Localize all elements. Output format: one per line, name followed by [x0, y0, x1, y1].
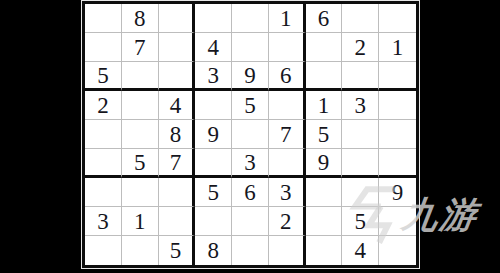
cell-r9c6[interactable]: [269, 236, 306, 265]
cell-r2c9[interactable]: 1: [379, 33, 416, 62]
cell-r5c2[interactable]: [122, 120, 159, 149]
cell-r3c9[interactable]: [379, 62, 416, 91]
cell-r5c7[interactable]: 5: [306, 120, 343, 149]
cell-r6c1[interactable]: [85, 149, 122, 178]
cell-r8c5[interactable]: [232, 207, 269, 236]
cell-r2c7[interactable]: [306, 33, 343, 62]
cell-r9c9[interactable]: [379, 236, 416, 265]
cell-r5c4[interactable]: 9: [195, 120, 232, 149]
cell-r4c1[interactable]: 2: [85, 91, 122, 120]
cell-r5c9[interactable]: [379, 120, 416, 149]
cell-r4c5[interactable]: 5: [232, 91, 269, 120]
cell-r9c1[interactable]: [85, 236, 122, 265]
cell-r2c4[interactable]: 4: [195, 33, 232, 62]
cell-r1c4[interactable]: [195, 4, 232, 33]
cell-r6c2[interactable]: 5: [122, 149, 159, 178]
cell-r4c4[interactable]: [195, 91, 232, 120]
cell-r3c4[interactable]: 3: [195, 62, 232, 91]
cell-r3c2[interactable]: [122, 62, 159, 91]
cell-r8c7[interactable]: [306, 207, 343, 236]
cell-r2c8[interactable]: 2: [342, 33, 379, 62]
cell-r9c3[interactable]: 5: [159, 236, 196, 265]
cell-r8c2[interactable]: 1: [122, 207, 159, 236]
cell-r6c4[interactable]: [195, 149, 232, 178]
cell-r7c6[interactable]: 3: [269, 178, 306, 207]
cell-r6c8[interactable]: [342, 149, 379, 178]
cell-r5c3[interactable]: 8: [159, 120, 196, 149]
cell-r2c1[interactable]: [85, 33, 122, 62]
cell-r9c5[interactable]: [232, 236, 269, 265]
cell-r3c3[interactable]: [159, 62, 196, 91]
cell-r1c2[interactable]: 8: [122, 4, 159, 33]
cell-r9c2[interactable]: [122, 236, 159, 265]
cell-r5c6[interactable]: 7: [269, 120, 306, 149]
cell-r3c6[interactable]: 6: [269, 62, 306, 91]
cell-r1c8[interactable]: [342, 4, 379, 33]
cell-r7c5[interactable]: 6: [232, 178, 269, 207]
cell-r7c7[interactable]: [306, 178, 343, 207]
cell-r6c5[interactable]: 3: [232, 149, 269, 178]
cell-r7c9[interactable]: 9: [379, 178, 416, 207]
sudoku-screenshot: 81674215396245138975573956393125584 九游: [0, 0, 500, 273]
cell-r6c9[interactable]: [379, 149, 416, 178]
cell-r7c4[interactable]: 5: [195, 178, 232, 207]
cell-r6c7[interactable]: 9: [306, 149, 343, 178]
cell-r8c1[interactable]: 3: [85, 207, 122, 236]
cell-r3c7[interactable]: [306, 62, 343, 91]
cell-r8c9[interactable]: [379, 207, 416, 236]
cell-r2c6[interactable]: [269, 33, 306, 62]
cell-r2c2[interactable]: 7: [122, 33, 159, 62]
cell-r9c4[interactable]: 8: [195, 236, 232, 265]
cell-r7c3[interactable]: [159, 178, 196, 207]
cell-r3c8[interactable]: [342, 62, 379, 91]
cell-r7c8[interactable]: [342, 178, 379, 207]
cell-r8c4[interactable]: [195, 207, 232, 236]
cell-r6c3[interactable]: 7: [159, 149, 196, 178]
cell-r5c8[interactable]: [342, 120, 379, 149]
cell-r8c8[interactable]: 5: [342, 207, 379, 236]
sudoku-board: 81674215396245138975573956393125584: [82, 1, 419, 268]
cell-r7c1[interactable]: [85, 178, 122, 207]
cell-r4c8[interactable]: 3: [342, 91, 379, 120]
cell-r7c2[interactable]: [122, 178, 159, 207]
cell-r4c7[interactable]: 1: [306, 91, 343, 120]
cell-r8c6[interactable]: 2: [269, 207, 306, 236]
cell-r3c5[interactable]: 9: [232, 62, 269, 91]
cell-r4c3[interactable]: 4: [159, 91, 196, 120]
cell-r8c3[interactable]: [159, 207, 196, 236]
cell-r4c6[interactable]: [269, 91, 306, 120]
cell-r4c9[interactable]: [379, 91, 416, 120]
cell-r3c1[interactable]: 5: [85, 62, 122, 91]
cell-r1c5[interactable]: [232, 4, 269, 33]
cell-r4c2[interactable]: [122, 91, 159, 120]
cell-r1c3[interactable]: [159, 4, 196, 33]
cell-r1c7[interactable]: 6: [306, 4, 343, 33]
cell-r6c6[interactable]: [269, 149, 306, 178]
cell-r1c9[interactable]: [379, 4, 416, 33]
cell-r9c8[interactable]: 4: [342, 236, 379, 265]
cell-r5c1[interactable]: [85, 120, 122, 149]
cell-r2c5[interactable]: [232, 33, 269, 62]
cell-r2c3[interactable]: [159, 33, 196, 62]
cell-r1c1[interactable]: [85, 4, 122, 33]
cell-r5c5[interactable]: [232, 120, 269, 149]
cell-r9c7[interactable]: [306, 236, 343, 265]
cell-r1c6[interactable]: 1: [269, 4, 306, 33]
